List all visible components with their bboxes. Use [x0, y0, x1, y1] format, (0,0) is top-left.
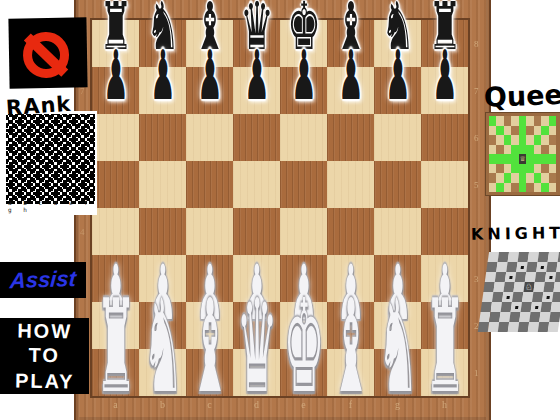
queen-diagram-cell [541, 154, 548, 164]
square-d5[interactable] [233, 161, 280, 208]
knight-move-dot [506, 296, 509, 299]
queen-moves-diagram[interactable]: ♕ [485, 112, 560, 196]
square-d6[interactable] [233, 114, 280, 161]
queen-diagram-cell [519, 183, 526, 193]
piece-white-queen-d1[interactable]: ♛ [236, 283, 277, 412]
queen-diagram-cell [496, 126, 503, 136]
knight-move-dot [515, 306, 518, 309]
rank-preview-button[interactable]: a b c d e f g h [4, 111, 97, 215]
piece-black-pawn-d7[interactable]: ♟ [244, 42, 270, 110]
knight-move-dot [520, 266, 523, 269]
queen-diagram-cell [511, 164, 518, 174]
queen-diagram-cell [526, 154, 533, 164]
queen-diagram-cell [496, 154, 503, 164]
rank-preview-noise [6, 114, 95, 204]
queen-diagram-cell [496, 183, 503, 193]
queen-diagram-cell [541, 116, 548, 126]
queen-diagram-cell [496, 116, 503, 126]
queen-diagram-cell [489, 126, 496, 136]
queen-diagram-cell [534, 135, 541, 145]
knight-diagram-cell [555, 272, 560, 282]
queen-diagram-cell [519, 126, 526, 136]
queen-diagram-cell [534, 116, 541, 126]
piece-black-pawn-e7[interactable]: ♟ [291, 42, 317, 110]
rank-label-5-right: 5 [474, 180, 479, 190]
queen-diagram-cell [541, 145, 548, 155]
queen-diagram-cell [489, 164, 496, 174]
queen-diagram-cell [541, 135, 548, 145]
queen-diagram-cell [534, 183, 541, 193]
queen-diagram-cell [526, 183, 533, 193]
queen-diagram-cell [534, 126, 541, 136]
piece-black-pawn-h7[interactable]: ♟ [432, 42, 458, 110]
piece-black-pawn-g7[interactable]: ♟ [385, 42, 411, 110]
queen-diagram-cell [504, 116, 511, 126]
piece-white-knight-g1[interactable]: ♞ [377, 283, 418, 412]
square-g5[interactable] [374, 161, 421, 208]
square-f5[interactable] [327, 161, 374, 208]
queen-diagram-cell [526, 116, 533, 126]
chess-board: ♜♞♝♛♚♝♞♜♟♟♟♟♟♟♟♟♟♟♟♟♟♟♟♟♜♞♝♛♚♝♞♜ [92, 20, 468, 396]
knight-diagram-cell [553, 282, 560, 292]
queen-diagram-cell [496, 145, 503, 155]
queen-diagram-cell [549, 183, 556, 193]
assist-button[interactable]: Assist [0, 262, 86, 298]
forbidden-move-button[interactable] [8, 17, 87, 88]
queen-diagram-cell [526, 164, 533, 174]
queen-diagram-cell [511, 183, 518, 193]
assist-button-label: Assist [9, 266, 77, 294]
queen-diagram-cell [541, 126, 548, 136]
queen-diagram-cell [489, 183, 496, 193]
no-entry-icon [23, 32, 70, 79]
mini-queen-piece: ♕ [519, 154, 526, 164]
queen-diagram-cell [511, 145, 518, 155]
queen-diagram-cell [504, 164, 511, 174]
rank-label-3-right: 3 [474, 274, 479, 284]
queen-diagram-cell [549, 126, 556, 136]
queen-diagram-cell [504, 126, 511, 136]
queen-diagram-cell [526, 145, 533, 155]
queen-diagram-cell [541, 183, 548, 193]
queen-diagram-cell [511, 116, 518, 126]
square-c4[interactable] [186, 208, 233, 255]
knight-move-dot [509, 276, 512, 279]
queen-diagram-cell [549, 154, 556, 164]
knight-diagram-cell [551, 302, 560, 312]
queen-card-label: Queen [483, 78, 560, 112]
knight-move-dot [549, 276, 552, 279]
queen-diagram-cell [519, 145, 526, 155]
queen-diagram-cell [519, 135, 526, 145]
rank-preview-coordinates: a b c d e f g h [8, 199, 97, 213]
queen-diagram-cell [504, 154, 511, 164]
knight-move-dot [535, 306, 538, 309]
square-a4[interactable] [92, 208, 139, 255]
piece-white-rook-a1[interactable]: ♜ [95, 283, 136, 412]
queen-diagram-cell [489, 173, 496, 183]
square-h4[interactable] [421, 208, 468, 255]
square-e6[interactable] [280, 114, 327, 161]
queen-diagram-cell [519, 173, 526, 183]
square-a6[interactable] [92, 114, 139, 161]
square-b4[interactable] [139, 208, 186, 255]
piece-white-bishop-c1[interactable]: ♝ [189, 283, 230, 412]
square-c5[interactable] [186, 161, 233, 208]
knight-move-dot [546, 296, 549, 299]
queen-diagram-cell [504, 145, 511, 155]
square-g6[interactable] [374, 114, 421, 161]
square-f6[interactable] [327, 114, 374, 161]
queen-diagram-cell [526, 173, 533, 183]
square-e4[interactable] [280, 208, 327, 255]
queen-diagram-cell [489, 135, 496, 145]
knight-diagram-cell [548, 322, 559, 332]
rank-button-label: RAnk [5, 92, 72, 120]
square-b6[interactable] [139, 114, 186, 161]
square-c6[interactable] [186, 114, 233, 161]
queen-diagram-cell [519, 116, 526, 126]
chess-game-screen: ♜♞♝♛♚♝♞♜♟♟♟♟♟♟♟♟♟♟♟♟♟♟♟♟♜♞♝♛♚♝♞♜ abcdefg… [0, 0, 560, 420]
queen-diagram-cell [511, 173, 518, 183]
knight-diagram-cell [552, 292, 560, 302]
knight-moves-diagram[interactable]: ♘ [478, 252, 560, 332]
knight-move-dot [540, 266, 543, 269]
rank-label-6-right: 6 [474, 133, 479, 143]
queen-diagram-cell [549, 145, 556, 155]
piece-white-bishop-f1[interactable]: ♝ [330, 283, 371, 412]
rank-label-8-right: 8 [474, 39, 479, 49]
rank-label-1-right: 1 [474, 368, 479, 378]
square-b5[interactable] [139, 161, 186, 208]
square-h5[interactable] [421, 161, 468, 208]
queen-diagram-cell [534, 154, 541, 164]
square-g4[interactable] [374, 208, 421, 255]
queen-diagram-cell [489, 145, 496, 155]
rank-label-7-right: 7 [474, 86, 479, 96]
knight-card-label: KNIGHT [471, 223, 560, 244]
square-h6[interactable] [421, 114, 468, 161]
how-to-play-button[interactable]: HOW TO PLAY [0, 318, 89, 394]
queen-diagram-cell [496, 135, 503, 145]
how-to-play-line2: PLAY [15, 368, 75, 393]
queen-diagram-cell [541, 164, 548, 174]
queen-diagram-cell [549, 164, 556, 174]
queen-diagram-cell [541, 173, 548, 183]
queen-diagram-cell [534, 164, 541, 174]
queen-diagram-cell [549, 116, 556, 126]
piece-black-pawn-a7[interactable]: ♟ [103, 42, 129, 110]
piece-black-pawn-f7[interactable]: ♟ [338, 42, 364, 110]
queen-diagram-cell [489, 154, 496, 164]
queen-diagram-cell [511, 154, 518, 164]
queen-diagram-cell [526, 126, 533, 136]
piece-black-pawn-b7[interactable]: ♟ [150, 42, 176, 110]
queen-diagram-cell [526, 135, 533, 145]
square-d4[interactable] [233, 208, 280, 255]
queen-diagram-cell [534, 173, 541, 183]
queen-diagram-cell [504, 135, 511, 145]
queen-diagram-cell [511, 126, 518, 136]
square-f4[interactable] [327, 208, 374, 255]
rank-label-4-left: 4 [80, 227, 85, 237]
queen-diagram-cell [504, 183, 511, 193]
queen-diagram-cell [496, 164, 503, 174]
queen-diagram-cell [504, 173, 511, 183]
queen-diagram-cell [519, 164, 526, 174]
queen-diagram-cell [496, 173, 503, 183]
square-e5[interactable] [280, 161, 327, 208]
queen-diagram-cell [511, 135, 518, 145]
knight-diagram-cell [556, 262, 560, 272]
square-a5[interactable] [92, 161, 139, 208]
queen-diagram-cell [549, 173, 556, 183]
queen-diagram-cell [489, 116, 496, 126]
knight-diagram-cell [549, 312, 560, 322]
queen-diagram-cell [549, 135, 556, 145]
queen-diagram-cell [534, 145, 541, 155]
how-to-play-line1: HOW TO [0, 318, 89, 368]
piece-white-king-e1[interactable]: ♚ [283, 283, 324, 412]
piece-black-pawn-c7[interactable]: ♟ [197, 42, 223, 110]
piece-white-knight-b1[interactable]: ♞ [142, 283, 183, 412]
piece-white-rook-h1[interactable]: ♜ [424, 283, 465, 412]
